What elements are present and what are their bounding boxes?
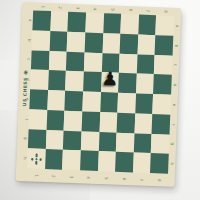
square: [138, 14, 156, 34]
file-label: a: [28, 19, 32, 22]
file-label: b: [27, 39, 31, 42]
square: [152, 114, 170, 134]
file-label: b: [174, 44, 178, 47]
square: [153, 74, 171, 94]
square: [151, 134, 169, 154]
square: [46, 110, 64, 130]
rank-label: 2: [51, 174, 55, 177]
square: [136, 74, 154, 94]
square: [85, 12, 103, 32]
square: [31, 50, 49, 70]
square: [98, 132, 116, 152]
square: [32, 30, 50, 50]
square: [81, 111, 99, 131]
chess-rosette-emblem-icon: [30, 152, 42, 165]
square: [117, 93, 135, 113]
rank-label: 3: [69, 175, 73, 178]
square: [98, 151, 116, 171]
file-label: g: [170, 143, 174, 146]
rank-label: 1: [34, 174, 38, 177]
file-label: f: [171, 124, 175, 126]
square: [120, 14, 138, 34]
square: [65, 91, 83, 111]
square: [115, 152, 133, 172]
rank-label: 7: [139, 178, 143, 181]
file-label: c: [173, 64, 177, 66]
rank-label: 5: [104, 177, 108, 180]
rank-label: 4: [93, 7, 97, 10]
square: [102, 33, 120, 53]
square: [48, 70, 66, 90]
rank-label: 1: [40, 5, 44, 8]
us-chess-logo-icon: ◉: [22, 70, 28, 77]
square: [155, 35, 173, 55]
rank-labels-bottom: 12345678: [27, 172, 168, 182]
square: [67, 32, 85, 52]
rank-label: 4: [86, 176, 90, 179]
rank-label: 6: [122, 177, 126, 180]
square: [119, 53, 137, 73]
square: [84, 32, 102, 52]
square: [83, 72, 101, 92]
square: [32, 10, 50, 30]
square: [99, 112, 117, 132]
square: [135, 93, 153, 113]
square: [120, 34, 138, 54]
black-pawn: ♟: [101, 69, 119, 89]
square: [116, 132, 134, 152]
square: [156, 15, 174, 35]
square: [29, 109, 47, 129]
square: [118, 73, 136, 93]
rank-label: 8: [163, 10, 167, 13]
square: [133, 153, 151, 173]
square: [134, 113, 152, 133]
square: [62, 150, 80, 170]
square: [103, 13, 121, 33]
square: [137, 54, 155, 74]
square: [84, 52, 102, 72]
square: [134, 133, 152, 153]
square: ♟: [101, 72, 119, 92]
square: [153, 94, 171, 114]
brand-label: US CHESS: [21, 77, 27, 106]
square: [29, 89, 47, 109]
vinyl-chess-board: ♟ 12345678 12345678 abcdefgh abcdefgh US…: [16, 2, 182, 187]
square: [82, 91, 100, 111]
square: [68, 12, 86, 32]
square: [45, 130, 63, 150]
file-label: h: [22, 157, 26, 160]
square: [45, 149, 63, 169]
file-label: h: [169, 163, 173, 166]
square: [49, 31, 67, 51]
square: [27, 149, 45, 169]
square: [150, 153, 168, 173]
square: [80, 151, 98, 171]
file-label: a: [175, 25, 179, 28]
photo-of-chess-board: ♟ 12345678 12345678 abcdefgh abcdefgh US…: [0, 0, 200, 200]
rank-label: 7: [146, 9, 150, 12]
square: [49, 51, 67, 71]
file-label: f: [24, 118, 28, 120]
square: [137, 34, 155, 54]
square: [65, 71, 83, 91]
square: [50, 11, 68, 31]
rank-label: 2: [58, 6, 62, 9]
brand-text: US CHESS ◉: [19, 54, 31, 106]
square: [30, 70, 48, 90]
rank-label: 6: [128, 9, 132, 12]
square: [47, 90, 65, 110]
file-label: e: [172, 103, 176, 106]
file-label: g: [23, 137, 27, 140]
square: [117, 112, 135, 132]
square: [28, 129, 46, 149]
chess-board-grid: ♟: [27, 10, 174, 173]
square: [154, 55, 172, 75]
square: [64, 110, 82, 130]
square: [66, 51, 84, 71]
file-label: d: [172, 84, 176, 87]
square: [100, 92, 118, 112]
square: [81, 131, 99, 151]
square: [63, 130, 81, 150]
rank-label: 5: [111, 8, 115, 11]
rank-label: 3: [75, 7, 79, 10]
rank-label: 8: [157, 179, 161, 182]
